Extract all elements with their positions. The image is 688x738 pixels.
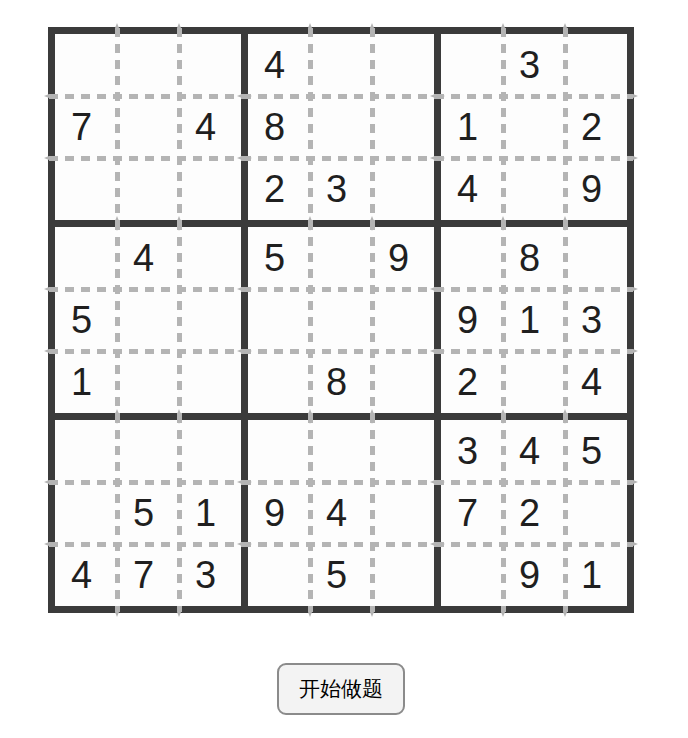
cell-r1c8[interactable]: 3 (503, 34, 565, 96)
cell-r2c5[interactable] (310, 96, 372, 158)
cell-r6c9[interactable]: 4 (565, 351, 627, 413)
cell-r5c4[interactable] (248, 289, 310, 351)
cell-r2c4[interactable]: 8 (248, 96, 310, 158)
cell-r1c4[interactable]: 4 (248, 34, 310, 96)
cell-r6c6[interactable] (372, 351, 434, 413)
cell-r5c2[interactable] (117, 289, 179, 351)
cell-r3c3[interactable] (179, 158, 241, 220)
cell-r1c3[interactable] (179, 34, 241, 96)
cell-r1c7[interactable] (441, 34, 503, 96)
cell-r3c2[interactable] (117, 158, 179, 220)
cell-r8c7[interactable]: 7 (441, 482, 503, 544)
cell-r1c5[interactable] (310, 34, 372, 96)
cell-r3c9[interactable]: 9 (565, 158, 627, 220)
cell-r7c8[interactable]: 4 (503, 420, 565, 482)
cell-r2c2[interactable] (117, 96, 179, 158)
cell-r7c6[interactable] (372, 420, 434, 482)
cell-r6c3[interactable] (179, 351, 241, 413)
cell-r7c9[interactable]: 5 (565, 420, 627, 482)
cell-r5c9[interactable]: 3 (565, 289, 627, 351)
footer: 开始做题 (48, 663, 634, 715)
cell-r9c2[interactable]: 7 (117, 544, 179, 606)
cell-r3c7[interactable]: 4 (441, 158, 503, 220)
cell-r6c8[interactable] (503, 351, 565, 413)
cell-r2c3[interactable]: 4 (179, 96, 241, 158)
cell-r8c1[interactable] (55, 482, 117, 544)
cell-r7c7[interactable]: 3 (441, 420, 503, 482)
cell-r8c6[interactable] (372, 482, 434, 544)
cell-r7c4[interactable] (248, 420, 310, 482)
cell-r3c5[interactable]: 3 (310, 158, 372, 220)
cell-r9c1[interactable]: 4 (55, 544, 117, 606)
cell-r9c8[interactable]: 9 (503, 544, 565, 606)
cell-r3c6[interactable] (372, 158, 434, 220)
cell-r4c6[interactable]: 9 (372, 227, 434, 289)
cell-r9c6[interactable] (372, 544, 434, 606)
cell-r5c6[interactable] (372, 289, 434, 351)
cell-r8c9[interactable] (565, 482, 627, 544)
cell-r8c3[interactable]: 1 (179, 482, 241, 544)
cell-r1c9[interactable] (565, 34, 627, 96)
cell-r6c2[interactable] (117, 351, 179, 413)
cell-r2c7[interactable]: 1 (441, 96, 503, 158)
cell-r3c1[interactable] (55, 158, 117, 220)
cell-r5c7[interactable]: 9 (441, 289, 503, 351)
cell-r9c3[interactable]: 3 (179, 544, 241, 606)
cell-r7c1[interactable] (55, 420, 117, 482)
cell-r4c3[interactable] (179, 227, 241, 289)
cell-r4c1[interactable] (55, 227, 117, 289)
cell-r5c8[interactable]: 1 (503, 289, 565, 351)
cell-r2c6[interactable] (372, 96, 434, 158)
cell-r9c9[interactable]: 1 (565, 544, 627, 606)
cell-r1c6[interactable] (372, 34, 434, 96)
cell-r8c4[interactable]: 9 (248, 482, 310, 544)
cell-r3c4[interactable]: 2 (248, 158, 310, 220)
cell-r4c2[interactable]: 4 (117, 227, 179, 289)
cell-r6c7[interactable]: 2 (441, 351, 503, 413)
cell-r1c1[interactable] (55, 34, 117, 96)
cell-r5c3[interactable] (179, 289, 241, 351)
cell-r6c1[interactable]: 1 (55, 351, 117, 413)
cell-r6c4[interactable] (248, 351, 310, 413)
cell-r3c8[interactable] (503, 158, 565, 220)
cell-r9c4[interactable] (248, 544, 310, 606)
cell-r2c1[interactable]: 7 (55, 96, 117, 158)
cell-r7c3[interactable] (179, 420, 241, 482)
cell-r8c5[interactable]: 4 (310, 482, 372, 544)
cell-r6c5[interactable]: 8 (310, 351, 372, 413)
sudoku-page: 43748122349459859131824345519472473591 开… (0, 0, 688, 738)
cell-r7c5[interactable] (310, 420, 372, 482)
cell-r9c7[interactable] (441, 544, 503, 606)
cell-r8c2[interactable]: 5 (117, 482, 179, 544)
cell-r4c4[interactable]: 5 (248, 227, 310, 289)
sudoku-board: 43748122349459859131824345519472473591 (48, 27, 634, 613)
cell-r4c7[interactable] (441, 227, 503, 289)
cell-r7c2[interactable] (117, 420, 179, 482)
cell-r2c8[interactable] (503, 96, 565, 158)
cell-r4c9[interactable] (565, 227, 627, 289)
cell-r9c5[interactable]: 5 (310, 544, 372, 606)
cell-r5c5[interactable] (310, 289, 372, 351)
cell-r2c9[interactable]: 2 (565, 96, 627, 158)
cell-r1c2[interactable] (117, 34, 179, 96)
cell-r4c8[interactable]: 8 (503, 227, 565, 289)
start-button[interactable]: 开始做题 (277, 663, 405, 715)
cell-r4c5[interactable] (310, 227, 372, 289)
cell-r8c8[interactable]: 2 (503, 482, 565, 544)
cell-r5c1[interactable]: 5 (55, 289, 117, 351)
